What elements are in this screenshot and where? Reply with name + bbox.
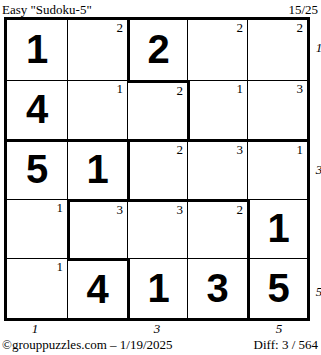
cell-r5c4[interactable]: 3 <box>187 258 247 318</box>
cell-r5c2[interactable]: 4 <box>67 258 127 318</box>
column-labels: 135 <box>4 321 310 336</box>
cell-r3c3[interactable]: 2 <box>127 139 187 199</box>
cell-r2c2[interactable]: 1 <box>67 80 127 140</box>
given-digit: 1 <box>147 268 169 308</box>
given-digit: 2 <box>147 29 169 69</box>
pencil-mark: 1 <box>57 260 64 273</box>
given-digit: 3 <box>206 268 228 308</box>
difficulty-text: Diff: 3 / 564 <box>254 338 318 352</box>
cell-r2c4[interactable]: 1 <box>187 80 247 140</box>
given-digit: 1 <box>26 29 48 69</box>
pencil-mark: 1 <box>117 82 124 95</box>
cell-r1c4[interactable]: 2 <box>187 20 247 80</box>
cell-r1c1[interactable]: 1 <box>7 20 67 80</box>
given-digit: 4 <box>86 269 108 309</box>
cell-r5c1[interactable]: 1 <box>7 258 67 318</box>
board-area: 1222241213512311332114135 135 <box>4 17 310 321</box>
puzzle-page: Easy "Sudoku-5" 15/25 122224121351231133… <box>0 0 321 355</box>
pencil-mark: 3 <box>297 82 304 95</box>
cell-r3c5[interactable]: 1 <box>247 139 307 199</box>
pencil-mark: 3 <box>237 143 244 156</box>
given-digit: 1 <box>86 149 108 189</box>
cell-r2c1[interactable]: 4 <box>7 80 67 140</box>
cell-r3c1[interactable]: 5 <box>7 139 67 199</box>
pencil-mark: 2 <box>297 21 304 34</box>
given-digit: 1 <box>267 208 289 248</box>
pencil-mark: 1 <box>237 82 244 95</box>
pencil-mark: 2 <box>237 21 244 34</box>
cell-r4c1[interactable]: 1 <box>7 199 67 259</box>
pencil-mark: 2 <box>177 143 184 156</box>
row-label-5: 5 <box>313 285 321 298</box>
given-digit: 5 <box>267 268 289 308</box>
pencil-mark: 1 <box>57 201 64 214</box>
pencil-mark: 2 <box>237 203 244 216</box>
pencil-mark: 3 <box>177 203 184 216</box>
sudoku-board: 1222241213512311332114135 <box>4 17 310 321</box>
pencil-mark: 2 <box>117 21 124 34</box>
header: Easy "Sudoku-5" 15/25 <box>0 0 321 17</box>
pencil-mark: 3 <box>117 203 124 216</box>
cell-r3c2[interactable]: 1 <box>67 139 127 199</box>
col-label-5: 5 <box>273 322 285 335</box>
given-digit: 4 <box>26 89 48 129</box>
cell-r5c5[interactable]: 5 <box>247 258 307 318</box>
col-label-1: 1 <box>29 322 41 335</box>
copyright-text: ©grouppuzzles.com – 1/19/2025 <box>2 338 173 352</box>
pencil-mark: 2 <box>177 84 184 97</box>
progress-counter: 15/25 <box>288 3 318 16</box>
cell-r3c4[interactable]: 3 <box>187 139 247 199</box>
cell-r5c3[interactable]: 1 <box>127 258 187 318</box>
row-label-3: 3 <box>313 163 321 176</box>
cell-r4c5[interactable]: 1 <box>247 199 307 259</box>
puzzle-title: Easy "Sudoku-5" <box>2 3 92 16</box>
given-digit: 5 <box>26 149 48 189</box>
cell-r4c2[interactable]: 3 <box>67 199 127 259</box>
cell-r1c5[interactable]: 2 <box>247 20 307 80</box>
cell-r1c3[interactable]: 2 <box>127 20 187 80</box>
cell-r4c3[interactable]: 3 <box>127 199 187 259</box>
cell-r1c2[interactable]: 2 <box>67 20 127 80</box>
row-label-1: 1 <box>313 41 321 54</box>
footer: ©grouppuzzles.com – 1/19/2025 Diff: 3 / … <box>0 336 321 352</box>
pencil-mark: 1 <box>297 143 304 156</box>
cell-r4c4[interactable]: 2 <box>187 199 247 259</box>
col-label-3: 3 <box>151 322 163 335</box>
cell-r2c5[interactable]: 3 <box>247 80 307 140</box>
cell-r2c3[interactable]: 2 <box>127 80 187 140</box>
